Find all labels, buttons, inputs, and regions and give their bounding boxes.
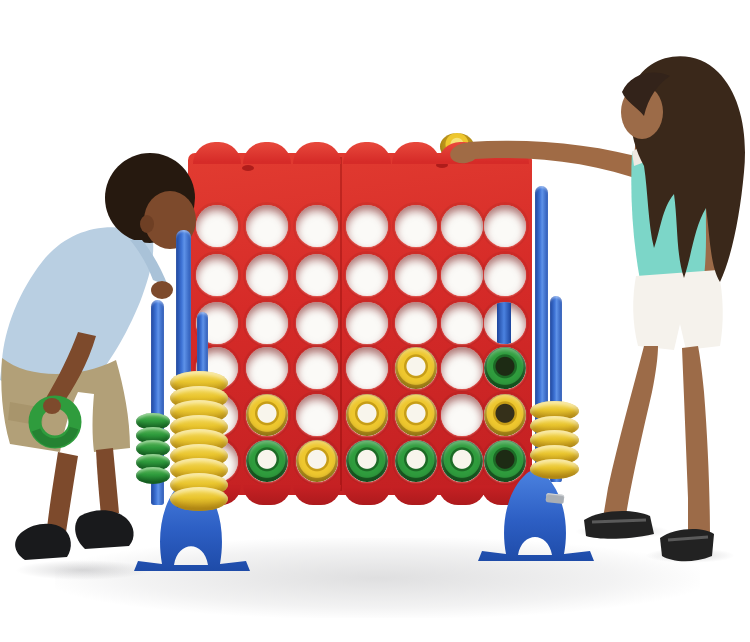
boy-leg (47, 452, 78, 532)
board-scallop-top (343, 142, 391, 164)
cell-r1c3 (296, 205, 338, 247)
girl-leg (602, 346, 658, 528)
cell-r4c3 (296, 347, 338, 389)
cell-r3c3 (296, 302, 338, 344)
boy-sneaker (15, 524, 71, 560)
yellow-ring-disc (346, 394, 388, 436)
cell-r5c4 (346, 394, 388, 436)
cell-r1c2 (246, 205, 288, 247)
girl-sandal (660, 529, 714, 561)
cell-r3c2 (246, 302, 288, 344)
cell-r3c4 (346, 302, 388, 344)
sandal-strap (592, 520, 646, 522)
girl-sandal (584, 511, 654, 539)
board-scallop-top (293, 142, 341, 164)
boy-player (0, 140, 230, 600)
boy-ear (140, 215, 154, 233)
cell-r6c4 (346, 440, 388, 482)
cell-r2c4 (346, 254, 388, 296)
board-scallop-bottom (293, 485, 341, 505)
yellow-ring-disc (246, 394, 288, 436)
cell-r6c3 (296, 440, 338, 482)
girl-extended-arm (464, 141, 650, 182)
board-scallop-top (243, 142, 291, 164)
cell-r5c2 (246, 394, 288, 436)
cell-r2c2 (246, 254, 288, 296)
cell-r5c3 (296, 394, 338, 436)
boy-sneaker (75, 510, 133, 549)
girl-leg (682, 346, 710, 542)
cell-r1c4 (346, 205, 388, 247)
green-ring-disc (346, 440, 388, 482)
girl-white-shorts (633, 270, 723, 350)
boy-leg (96, 448, 119, 516)
yellow-ring-disc (296, 440, 338, 482)
cell-r2c3 (296, 254, 338, 296)
cell-r4c4 (346, 347, 388, 389)
board-scallop-bottom (343, 485, 391, 505)
boy-hand-on-post (151, 281, 173, 299)
cell-r4c2 (246, 347, 288, 389)
left-frame-upright-post (176, 230, 191, 508)
girl-player (420, 40, 750, 600)
board-center-seam (340, 157, 342, 491)
product-photo-giant-connect-four (0, 0, 750, 642)
rail-notch (242, 165, 254, 171)
boy-hand (43, 398, 61, 414)
